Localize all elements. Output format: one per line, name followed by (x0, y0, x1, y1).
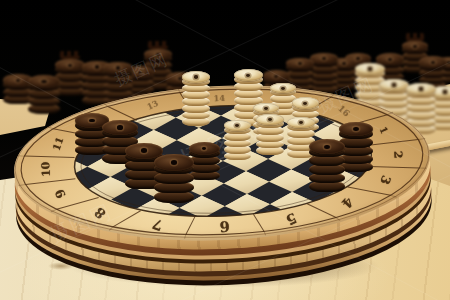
disc-centre-hole (141, 148, 147, 152)
stack-top-disc (189, 142, 220, 155)
stack-top-disc (224, 120, 251, 131)
stack-top-disc (125, 143, 163, 159)
disc-centre-hole (89, 119, 94, 123)
disc-centre-hole (117, 125, 123, 129)
disc-centre-hole (264, 107, 268, 110)
piece-stack-dark[interactable] (154, 163, 194, 201)
stack-top-disc (292, 97, 319, 108)
piece-stack-dark[interactable] (309, 147, 345, 190)
disc-centre-hole (299, 121, 303, 124)
stack-top-disc (182, 71, 210, 83)
disc-centre-hole (324, 145, 330, 149)
disc-centre-hole (235, 124, 239, 127)
stack-top-disc (102, 120, 138, 135)
stack-top-disc (154, 154, 194, 171)
piece-stack-cream[interactable] (224, 126, 251, 158)
checker-disc (154, 191, 194, 203)
stack-top-disc (256, 114, 284, 126)
disc-centre-hole (353, 127, 358, 131)
disc-centre-hole (303, 102, 307, 105)
on-board-stacks (0, 0, 450, 300)
disc-centre-hole (171, 160, 177, 165)
disc-centre-hole (194, 75, 198, 78)
disc-centre-hole (268, 118, 272, 121)
checker-disc (309, 155, 345, 166)
disc-centre-hole (281, 87, 285, 90)
photo-scene: 12345678910111213141516 摄图网摄图网摄图网摄图网® (0, 0, 450, 300)
disc-centre-hole (246, 74, 251, 77)
disc-centre-hole (202, 147, 207, 151)
stack-top-disc (287, 117, 315, 129)
piece-stack-cream[interactable] (182, 77, 210, 124)
piece-stack-cream[interactable] (256, 119, 284, 153)
